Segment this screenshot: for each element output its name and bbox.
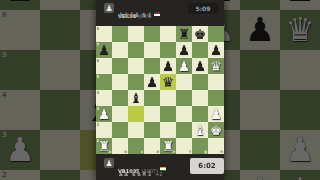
white-pawn-h3: ♟ [280,130,320,170]
top-player-bar: ♟ VEK98(845) ♟♟♟♟♞♝ 5:09 [96,0,224,26]
square-d3[interactable] [144,106,160,122]
square-g7 [240,0,280,10]
white-king-h2: ♚ [280,170,320,180]
square-d2[interactable] [144,122,160,138]
chess-board: 8♜♚7♟♟♟6♟♟♟♛5♟♛4♝3♟♟2♝♚1a♜bcde♜fgh [96,26,224,154]
captured-piece-group: ♞♝ [141,11,152,19]
black-pawn-e6[interactable]: ♟ [160,58,176,74]
material-score: +2 [155,171,162,177]
square-h4[interactable] [208,90,224,106]
black-king-g8[interactable]: ♚ [192,26,208,42]
square-g5[interactable] [192,74,208,90]
square-a7: 7♟ [0,0,40,10]
top-player-avatar[interactable]: ♟ [104,3,114,13]
square-d6[interactable] [144,58,160,74]
captured-piece-group: ♟♟ [118,170,129,178]
us-flag-icon [154,12,160,16]
square-b6[interactable] [112,58,128,74]
video-frame: 8♜♚7♟♟♟6♟♟♟♛5♟♛4♝3♟♟2♝♚1a♜bcde♜fgh ♟ VEK… [0,0,320,180]
rank-label-4: 4 [0,90,7,99]
square-d5[interactable]: ♟ [144,74,160,90]
bottom-player-bar: ♟ VB1035(1907) ♟♟♞♞♜♝+2 6:02 [96,154,224,180]
rank-label-5: 5 [0,50,7,59]
square-b3[interactable] [112,106,128,122]
square-a7[interactable]: 7♟ [96,42,112,58]
square-c1[interactable]: c [128,138,144,154]
square-f7[interactable]: ♟ [176,42,192,58]
square-a4: 4 [0,90,40,130]
india-flag-icon [160,167,166,171]
square-f5[interactable] [176,74,192,90]
square-f8[interactable]: ♜ [176,26,192,42]
square-f3[interactable] [176,106,192,122]
square-c5[interactable] [128,74,144,90]
square-e4[interactable] [160,90,176,106]
square-a2: 2 [0,170,40,180]
top-captured-pieces: ♟♟♟♟♞♝ [118,12,154,19]
black-pawn-h7[interactable]: ♟ [208,42,224,58]
square-b7 [40,0,80,10]
square-d8[interactable] [144,26,160,42]
square-h6[interactable]: ♛ [208,58,224,74]
square-e3[interactable] [160,106,176,122]
square-g5 [240,50,280,90]
square-e8[interactable] [160,26,176,42]
square-h4 [280,90,320,130]
square-a3: 3♟ [0,130,40,170]
square-h6: ♛ [280,10,320,50]
chess-app: ♟ VEK98(845) ♟♟♟♟♞♝ 5:09 8♜♚7♟♟♟6♟♟♟♛5♟♛… [96,0,224,180]
square-b5 [40,50,80,90]
rank-label-6: 6 [0,10,7,19]
rank-label-2: 2 [96,122,99,127]
square-h2[interactable]: ♚ [208,122,224,138]
square-b5[interactable] [112,74,128,90]
square-b2 [40,170,80,180]
square-a1[interactable]: 1a♜ [96,138,112,154]
pawn-silhouette-icon: ♟ [105,159,112,168]
square-c6[interactable] [128,58,144,74]
square-a6[interactable]: 6 [96,58,112,74]
white-queen-h6: ♛ [280,10,320,50]
square-a2[interactable]: 2 [96,122,112,138]
square-h3[interactable]: ♟ [208,106,224,122]
square-h7: ♟ [280,0,320,10]
square-f2[interactable] [176,122,192,138]
white-queen-h6[interactable]: ♛ [208,58,224,74]
square-c2[interactable] [128,122,144,138]
square-b6 [40,10,80,50]
rank-label-4: 4 [96,90,99,95]
square-g4[interactable] [192,90,208,106]
black-pawn-g6[interactable]: ♟ [192,58,208,74]
square-a3[interactable]: 3♟ [96,106,112,122]
square-h5 [280,50,320,90]
square-b8[interactable] [112,26,128,42]
black-pawn-g6: ♟ [240,10,280,50]
square-a4[interactable]: 4 [96,90,112,106]
square-f4[interactable] [176,90,192,106]
square-d7[interactable] [144,42,160,58]
square-b4[interactable] [112,90,128,106]
rank-label-5: 5 [96,74,99,79]
square-g6: ♟ [240,10,280,50]
square-g1[interactable]: g [192,138,208,154]
square-h8[interactable] [208,26,224,42]
square-c8[interactable] [128,26,144,42]
square-a6: 6 [0,10,40,50]
square-g2[interactable]: ♝ [192,122,208,138]
white-pawn-a3[interactable]: ♟ [96,106,112,122]
square-b3 [40,130,80,170]
black-rook-f8[interactable]: ♜ [176,26,192,42]
white-rook-a1[interactable]: ♜ [96,138,112,154]
black-bishop-c4[interactable]: ♝ [128,90,144,106]
square-e7[interactable] [160,42,176,58]
square-h5[interactable] [208,74,224,90]
square-g3[interactable] [192,106,208,122]
black-pawn-d5[interactable]: ♟ [144,74,160,90]
square-e1[interactable]: e♜ [160,138,176,154]
white-pawn-f6[interactable]: ♟ [176,58,192,74]
square-c3[interactable] [128,106,144,122]
square-e5[interactable]: ♛ [160,74,176,90]
square-h3: ♟ [280,130,320,170]
white-pawn-h3[interactable]: ♟ [208,106,224,122]
square-b2[interactable] [112,122,128,138]
black-pawn-a7[interactable]: ♟ [96,42,112,58]
square-b7[interactable] [112,42,128,58]
square-a5: 5 [0,50,40,90]
pawn-silhouette-icon: ♟ [105,4,112,13]
black-pawn-h7: ♟ [280,0,320,10]
square-b4 [40,90,80,130]
square-g7[interactable] [192,42,208,58]
square-a8[interactable]: 8 [96,26,112,42]
square-c7[interactable] [128,42,144,58]
black-pawn-a7: ♟ [0,0,40,10]
bottom-player-avatar[interactable]: ♟ [104,158,114,168]
square-e6[interactable]: ♟ [160,58,176,74]
rank-label-6: 6 [96,58,99,63]
black-pawn-f7[interactable]: ♟ [176,42,192,58]
white-rook-e1[interactable]: ♜ [160,138,176,154]
square-a5[interactable]: 5 [96,74,112,90]
top-player-clock: 5:09 [188,3,218,14]
square-g4 [240,90,280,130]
white-king-h2[interactable]: ♚ [208,122,224,138]
bottom-player-clock: 6:02 [190,158,224,174]
white-bishop-g2[interactable]: ♝ [192,122,208,138]
black-queen-e5[interactable]: ♛ [160,74,176,90]
square-h7[interactable]: ♟ [208,42,224,58]
square-c4[interactable]: ♝ [128,90,144,106]
square-g2: ♝ [240,170,280,180]
square-e2[interactable] [160,122,176,138]
captured-piece-group: ♞♞♜♝ [131,170,152,178]
bottom-captured-pieces: ♟♟♞♞♜♝+2 [118,171,162,178]
square-g6[interactable]: ♟ [192,58,208,74]
white-pawn-a3: ♟ [0,130,40,170]
square-h2: ♚ [280,170,320,180]
square-d1[interactable]: d [144,138,160,154]
rank-label-8: 8 [96,26,99,31]
captured-piece-group: ♟♟♟♟ [118,11,139,19]
square-f1[interactable]: f [176,138,192,154]
square-d4[interactable] [144,90,160,106]
square-f6[interactable]: ♟ [176,58,192,74]
square-g3 [240,130,280,170]
rank-label-2: 2 [0,170,7,179]
square-h1[interactable]: h [208,138,224,154]
square-b1[interactable]: b [112,138,128,154]
square-g8[interactable]: ♚ [192,26,208,42]
white-bishop-g2: ♝ [240,170,280,180]
